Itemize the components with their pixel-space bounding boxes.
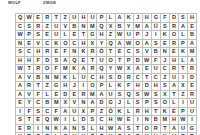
grid-cell[interactable]: N (79, 99, 88, 108)
grid-cell[interactable]: Q (16, 14, 25, 23)
grid-cell[interactable]: T (88, 57, 97, 66)
grid-cell[interactable]: V (143, 48, 152, 57)
grid-cell[interactable]: R (134, 108, 143, 117)
grid-cell[interactable]: H (107, 133, 116, 135)
grid-cell[interactable]: S (79, 125, 88, 134)
grid-cell[interactable]: S (52, 57, 61, 66)
grid-cell[interactable]: K (52, 125, 61, 134)
grid-cell[interactable]: F (25, 108, 34, 117)
grid-cell[interactable]: D (61, 91, 70, 100)
grid-cell[interactable]: B (152, 116, 161, 125)
grid-cell[interactable]: H (61, 82, 70, 91)
grid-cell[interactable]: D (97, 99, 106, 108)
grid-cell[interactable]: N (70, 48, 79, 57)
grid-cell[interactable]: U (88, 14, 97, 23)
grid-cell[interactable]: L (179, 31, 188, 40)
grid-cell[interactable]: P (179, 40, 188, 49)
grid-cell[interactable]: A (79, 65, 88, 74)
grid-cell[interactable]: E (16, 125, 25, 134)
grid-cell[interactable]: H (143, 108, 152, 117)
grid-cell[interactable]: B (188, 31, 197, 40)
grid-cell[interactable]: Z (34, 133, 43, 135)
grid-cell[interactable]: H (79, 14, 88, 23)
grid-cell[interactable]: U (16, 133, 25, 135)
grid-cell[interactable]: E (43, 133, 52, 135)
grid-cell[interactable]: X (88, 40, 97, 49)
grid-cell[interactable]: R (152, 125, 161, 134)
grid-cell[interactable]: N (43, 125, 52, 134)
grid-cell[interactable]: O (43, 65, 52, 74)
grid-cell[interactable]: M (134, 23, 143, 32)
grid-cell[interactable]: I (188, 116, 197, 125)
grid-cell[interactable]: Z (61, 14, 70, 23)
grid-cell[interactable]: R (125, 74, 134, 83)
grid-cell[interactable]: W (179, 116, 188, 125)
grid-cell[interactable]: E (70, 91, 79, 100)
grid-cell[interactable]: P (97, 14, 106, 23)
grid-cell[interactable]: R (170, 23, 179, 32)
grid-cell[interactable]: Q (107, 40, 116, 49)
grid-cell[interactable]: H (143, 133, 152, 135)
grid-cell[interactable]: U (70, 133, 79, 135)
grid-cell[interactable]: F (152, 57, 161, 66)
grid-cell[interactable]: R (79, 91, 88, 100)
grid-cell[interactable]: T (25, 65, 34, 74)
grid-cell[interactable]: C (97, 116, 106, 125)
grid-cell[interactable]: W (125, 40, 134, 49)
grid-cell[interactable]: S (134, 99, 143, 108)
grid-cell[interactable]: E (34, 14, 43, 23)
grid-cell[interactable]: E (52, 48, 61, 57)
grid-cell[interactable]: F (52, 65, 61, 74)
grid-cell[interactable]: U (79, 74, 88, 83)
grid-cell[interactable]: T (152, 108, 161, 117)
grid-cell[interactable]: Z (43, 82, 52, 91)
grid-cell[interactable]: P (143, 99, 152, 108)
grid-cell[interactable]: P (125, 57, 134, 66)
grid-cell[interactable]: L (170, 99, 179, 108)
grid-cell[interactable]: Ü (152, 23, 161, 32)
grid-cell[interactable]: R (188, 91, 197, 100)
grid-cell[interactable]: E (70, 31, 79, 40)
grid-cell[interactable]: D (170, 14, 179, 23)
grid-cell[interactable]: K (79, 48, 88, 57)
grid-cell[interactable]: J (70, 82, 79, 91)
grid-cell[interactable]: L (61, 31, 70, 40)
grid-cell[interactable]: Y (107, 65, 116, 74)
grid-cell[interactable]: S (134, 48, 143, 57)
grid-cell[interactable]: U (97, 57, 106, 66)
grid-cell[interactable]: E (125, 116, 134, 125)
grid-cell[interactable]: T (134, 125, 143, 134)
grid-cell[interactable]: C (25, 48, 34, 57)
grid-cell[interactable]: N (161, 48, 170, 57)
grid-cell[interactable]: P (97, 133, 106, 135)
grid-cell[interactable]: K (179, 48, 188, 57)
grid-cell[interactable]: Q (125, 91, 134, 100)
grid-cell[interactable]: C (152, 74, 161, 83)
grid-cell[interactable]: I (79, 82, 88, 91)
grid-cell[interactable]: S (16, 48, 25, 57)
grid-cell[interactable]: X (161, 91, 170, 100)
grid-cell[interactable]: Z (179, 91, 188, 100)
grid-cell[interactable]: P (97, 82, 106, 91)
grid-cell[interactable]: P (25, 31, 34, 40)
grid-cell[interactable]: R (25, 133, 34, 135)
grid-cell[interactable]: J (116, 99, 125, 108)
grid-cell[interactable]: H (97, 74, 106, 83)
grid-cell[interactable]: A (170, 82, 179, 91)
grid-cell[interactable]: C (125, 48, 134, 57)
grid-cell[interactable]: W (143, 91, 152, 100)
grid-cell[interactable]: Z (43, 23, 52, 32)
grid-cell[interactable]: V (25, 74, 34, 83)
grid-cell[interactable]: W (116, 116, 125, 125)
grid-cell[interactable]: A (179, 23, 188, 32)
grid-cell[interactable]: G (88, 31, 97, 40)
grid-cell[interactable]: H (16, 57, 25, 66)
grid-cell[interactable]: I (34, 125, 43, 134)
grid-cell[interactable]: C (16, 23, 25, 32)
grid-cell[interactable]: K (161, 31, 170, 40)
grid-cell[interactable]: J (125, 133, 134, 135)
grid-cell[interactable]: C (43, 40, 52, 49)
grid-cell[interactable]: E (16, 99, 25, 108)
word-search-grid[interactable]: QWERTZUHUPLAKJHGFDSHCSRZUVBNMQXBYMAÜSRAE… (15, 13, 197, 135)
grid-cell[interactable]: W (107, 125, 116, 134)
grid-cell[interactable]: S (134, 91, 143, 100)
grid-cell[interactable]: H (97, 31, 106, 40)
grid-cell[interactable]: A (16, 91, 25, 100)
grid-cell[interactable]: N (43, 74, 52, 83)
grid-cell[interactable]: S (179, 14, 188, 23)
grid-cell[interactable]: Y (125, 23, 134, 32)
grid-cell[interactable]: L (125, 108, 134, 117)
grid-cell[interactable]: L (70, 116, 79, 125)
grid-cell[interactable]: U (179, 125, 188, 134)
grid-cell[interactable]: R (34, 65, 43, 74)
grid-cell[interactable]: W (16, 65, 25, 74)
grid-cell[interactable]: A (16, 82, 25, 91)
grid-cell[interactable]: F (161, 14, 170, 23)
grid-cell[interactable]: A (88, 99, 97, 108)
grid-cell[interactable]: O (134, 40, 143, 49)
grid-cell[interactable]: K (52, 40, 61, 49)
grid-cell[interactable]: E (170, 108, 179, 117)
grid-cell[interactable]: B (116, 23, 125, 32)
grid-cell[interactable]: I (61, 116, 70, 125)
grid-cell[interactable]: K (116, 108, 125, 117)
grid-cell[interactable]: I (179, 74, 188, 83)
grid-cell[interactable]: S (125, 125, 134, 134)
grid-cell[interactable]: T (170, 91, 179, 100)
grid-cell[interactable]: Ö (88, 133, 97, 135)
grid-cell[interactable]: S (161, 82, 170, 91)
grid-cell[interactable]: I (134, 116, 143, 125)
grid-cell[interactable]: L (52, 133, 61, 135)
grid-cell[interactable]: F (34, 57, 43, 66)
grid-cell[interactable]: S (34, 31, 43, 40)
grid-cell[interactable]: H (97, 125, 106, 134)
grid-cell[interactable]: G (52, 82, 61, 91)
grid-cell[interactable]: U (170, 133, 179, 135)
grid-cell[interactable]: K (116, 82, 125, 91)
grid-cell[interactable]: U (152, 65, 161, 74)
grid-cell[interactable]: K (125, 14, 134, 23)
grid-cell[interactable]: F (52, 108, 61, 117)
grid-cell[interactable]: T (143, 74, 152, 83)
grid-cell[interactable]: O (88, 82, 97, 91)
grid-cell[interactable]: Z (97, 108, 106, 117)
grid-cell[interactable]: M (52, 99, 61, 108)
grid-cell[interactable]: A (116, 125, 125, 134)
grid-cell[interactable]: W (116, 31, 125, 40)
grid-cell[interactable]: S (34, 108, 43, 117)
grid-cell[interactable]: I (179, 99, 188, 108)
grid-cell[interactable]: E (161, 40, 170, 49)
grid-cell[interactable]: L (43, 91, 52, 100)
grid-cell[interactable]: F (125, 82, 134, 91)
grid-cell[interactable]: T (34, 82, 43, 91)
grid-cell[interactable]: U (52, 23, 61, 32)
grid-cell[interactable]: A (61, 108, 70, 117)
grid-cell[interactable]: W (52, 116, 61, 125)
grid-cell[interactable]: L (125, 99, 134, 108)
grid-cell[interactable]: S (16, 116, 25, 125)
grid-cell[interactable]: U (152, 133, 161, 135)
grid-cell[interactable]: B (34, 74, 43, 83)
grid-cell[interactable]: K (161, 108, 170, 117)
grid-cell[interactable]: E (116, 48, 125, 57)
grid-cell[interactable]: E (79, 57, 88, 66)
grid-cell[interactable]: K (70, 65, 79, 74)
grid-cell[interactable]: R (170, 65, 179, 74)
grid-cell[interactable]: T (52, 14, 61, 23)
grid-cell[interactable]: R (25, 125, 34, 134)
grid-cell[interactable]: U (107, 91, 116, 100)
grid-cell[interactable]: M (52, 74, 61, 83)
grid-cell[interactable]: S (152, 91, 161, 100)
grid-cell[interactable]: R (25, 82, 34, 91)
grid-cell[interactable]: A (16, 74, 25, 83)
grid-cell[interactable]: D (134, 57, 143, 66)
grid-cell[interactable]: A (143, 23, 152, 32)
grid-cell[interactable]: A (97, 91, 106, 100)
grid-cell[interactable]: R (43, 14, 52, 23)
grid-cell[interactable]: U (125, 31, 134, 40)
grid-cell[interactable]: G (107, 99, 116, 108)
grid-cell[interactable]: K (61, 74, 70, 83)
grid-cell[interactable]: Q (97, 23, 106, 32)
grid-cell[interactable]: T (179, 65, 188, 74)
grid-cell[interactable]: G (152, 14, 161, 23)
grid-cell[interactable]: S (152, 99, 161, 108)
grid-cell[interactable]: F (134, 133, 143, 135)
grid-cell[interactable]: E (170, 48, 179, 57)
grid-cell[interactable]: A (143, 40, 152, 49)
grid-cell[interactable]: Ö (107, 108, 116, 117)
grid-cell[interactable]: U (70, 14, 79, 23)
grid-cell[interactable]: V (70, 99, 79, 108)
grid-cell[interactable]: T (107, 48, 116, 57)
grid-cell[interactable]: S (116, 91, 125, 100)
grid-cell[interactable]: E (43, 31, 52, 40)
grid-cell[interactable]: T (79, 31, 88, 40)
grid-cell[interactable]: W (143, 57, 152, 66)
grid-cell[interactable]: G (188, 125, 197, 134)
grid-cell[interactable]: I (16, 108, 25, 117)
grid-cell[interactable]: P (88, 108, 97, 117)
grid-cell[interactable]: M (88, 91, 97, 100)
grid-cell[interactable]: H (134, 82, 143, 91)
grid-cell[interactable]: X (125, 65, 134, 74)
grid-cell[interactable]: O (107, 57, 116, 66)
grid-cell[interactable]: U (188, 99, 197, 108)
grid-cell[interactable]: H (152, 82, 161, 91)
grid-cell[interactable]: D (79, 116, 88, 125)
grid-cell[interactable]: Z (107, 31, 116, 40)
grid-cell[interactable]: E (188, 82, 197, 91)
grid-cell[interactable]: L (107, 14, 116, 23)
grid-cell[interactable]: R (188, 65, 197, 74)
grid-cell[interactable]: U (170, 74, 179, 83)
grid-cell[interactable]: O (161, 99, 170, 108)
grid-cell[interactable]: E (143, 65, 152, 74)
grid-cell[interactable]: H (107, 116, 116, 125)
grid-cell[interactable]: R (170, 40, 179, 49)
grid-cell[interactable]: Z (161, 74, 170, 83)
grid-cell[interactable]: V (61, 23, 70, 32)
grid-cell[interactable]: H (34, 48, 43, 57)
grid-cell[interactable]: F (179, 133, 188, 135)
grid-cell[interactable]: N (16, 40, 25, 49)
grid-cell[interactable]: J (134, 14, 143, 23)
grid-cell[interactable]: F (116, 133, 125, 135)
grid-cell[interactable]: S (88, 116, 97, 125)
grid-cell[interactable]: O (61, 40, 70, 49)
grid-cell[interactable]: A (134, 65, 143, 74)
grid-cell[interactable]: V (34, 40, 43, 49)
grid-cell[interactable]: X (179, 82, 188, 91)
grid-cell[interactable]: E (52, 91, 61, 100)
grid-cell[interactable]: E (188, 23, 197, 32)
grid-cell[interactable]: Ö (97, 48, 106, 57)
grid-cell[interactable]: A (61, 125, 70, 134)
grid-cell[interactable]: B (152, 48, 161, 57)
grid-cell[interactable]: S (25, 23, 34, 32)
grid-cell[interactable]: V (25, 91, 34, 100)
grid-cell[interactable]: L (179, 57, 188, 66)
grid-cell[interactable]: F (34, 91, 43, 100)
grid-cell[interactable]: A (61, 57, 70, 66)
grid-cell[interactable]: S (161, 23, 170, 32)
grid-cell[interactable]: H (188, 14, 197, 23)
grid-cell[interactable]: M (61, 65, 70, 74)
grid-cell[interactable]: O (170, 31, 179, 40)
grid-cell[interactable]: B (70, 23, 79, 32)
grid-cell[interactable]: X (107, 23, 116, 32)
grid-cell[interactable]: C (43, 108, 52, 117)
grid-cell[interactable]: J (143, 31, 152, 40)
grid-cell[interactable]: H (79, 40, 88, 49)
grid-cell[interactable]: J (161, 57, 170, 66)
grid-cell[interactable]: T (161, 125, 170, 134)
grid-cell[interactable]: R (43, 48, 52, 57)
grid-cell[interactable]: U (70, 108, 79, 117)
grid-cell[interactable]: S (152, 40, 161, 49)
grid-cell[interactable]: Q (43, 116, 52, 125)
grid-cell[interactable]: N (79, 23, 88, 32)
grid-cell[interactable]: W (16, 31, 25, 40)
grid-cell[interactable]: M (88, 23, 97, 32)
grid-cell[interactable]: M (188, 48, 197, 57)
grid-cell[interactable]: R (88, 48, 97, 57)
grid-cell[interactable]: A (170, 125, 179, 134)
grid-cell[interactable]: H (143, 14, 152, 23)
grid-cell[interactable]: D (116, 74, 125, 83)
grid-cell[interactable]: Y (97, 40, 106, 49)
grid-cell[interactable]: T (25, 116, 34, 125)
grid-cell[interactable]: D (143, 82, 152, 91)
grid-cell[interactable]: R (34, 23, 43, 32)
grid-cell[interactable]: G (61, 133, 70, 135)
grid-cell[interactable]: M (161, 116, 170, 125)
grid-cell[interactable]: A (188, 57, 197, 66)
grid-cell[interactable]: P (134, 31, 143, 40)
grid-cell[interactable]: H (25, 57, 34, 66)
grid-cell[interactable]: E (34, 116, 43, 125)
grid-cell[interactable]: Y (25, 99, 34, 108)
grid-cell[interactable]: C (161, 65, 170, 74)
grid-cell[interactable]: P (179, 108, 188, 117)
grid-cell[interactable]: H (161, 133, 170, 135)
grid-cell[interactable]: U (52, 31, 61, 40)
grid-cell[interactable]: E (25, 40, 34, 49)
grid-cell[interactable]: N (70, 125, 79, 134)
grid-cell[interactable]: U (188, 108, 197, 117)
grid-cell[interactable]: R (188, 133, 197, 135)
grid-cell[interactable]: C (134, 74, 143, 83)
grid-cell[interactable]: W (25, 14, 34, 23)
grid-cell[interactable]: D (188, 74, 197, 83)
grid-cell[interactable]: B (43, 99, 52, 108)
grid-cell[interactable]: U (79, 133, 88, 135)
grid-cell[interactable]: O (143, 125, 152, 134)
grid-cell[interactable]: L (70, 74, 79, 83)
grid-cell[interactable]: L (107, 82, 116, 91)
grid-cell[interactable]: C (34, 99, 43, 108)
grid-cell[interactable]: C (88, 74, 97, 83)
grid-cell[interactable]: A (188, 40, 197, 49)
grid-cell[interactable]: N (143, 116, 152, 125)
grid-cell[interactable]: L (88, 125, 97, 134)
grid-cell[interactable]: H (170, 116, 179, 125)
grid-cell[interactable]: F (61, 48, 70, 57)
grid-cell[interactable]: S (107, 74, 116, 83)
grid-cell[interactable]: I (152, 31, 161, 40)
grid-cell[interactable]: A (116, 40, 125, 49)
grid-cell[interactable]: D (43, 57, 52, 66)
grid-cell[interactable]: H (170, 57, 179, 66)
grid-cell[interactable]: R (88, 65, 97, 74)
grid-cell[interactable]: T (116, 57, 125, 66)
grid-cell[interactable]: X (79, 108, 88, 117)
grid-cell[interactable]: Q (97, 65, 106, 74)
grid-cell[interactable]: Q (70, 57, 79, 66)
grid-cell[interactable]: A (116, 14, 125, 23)
grid-cell[interactable]: X (61, 99, 70, 108)
grid-cell[interactable]: C (70, 40, 79, 49)
